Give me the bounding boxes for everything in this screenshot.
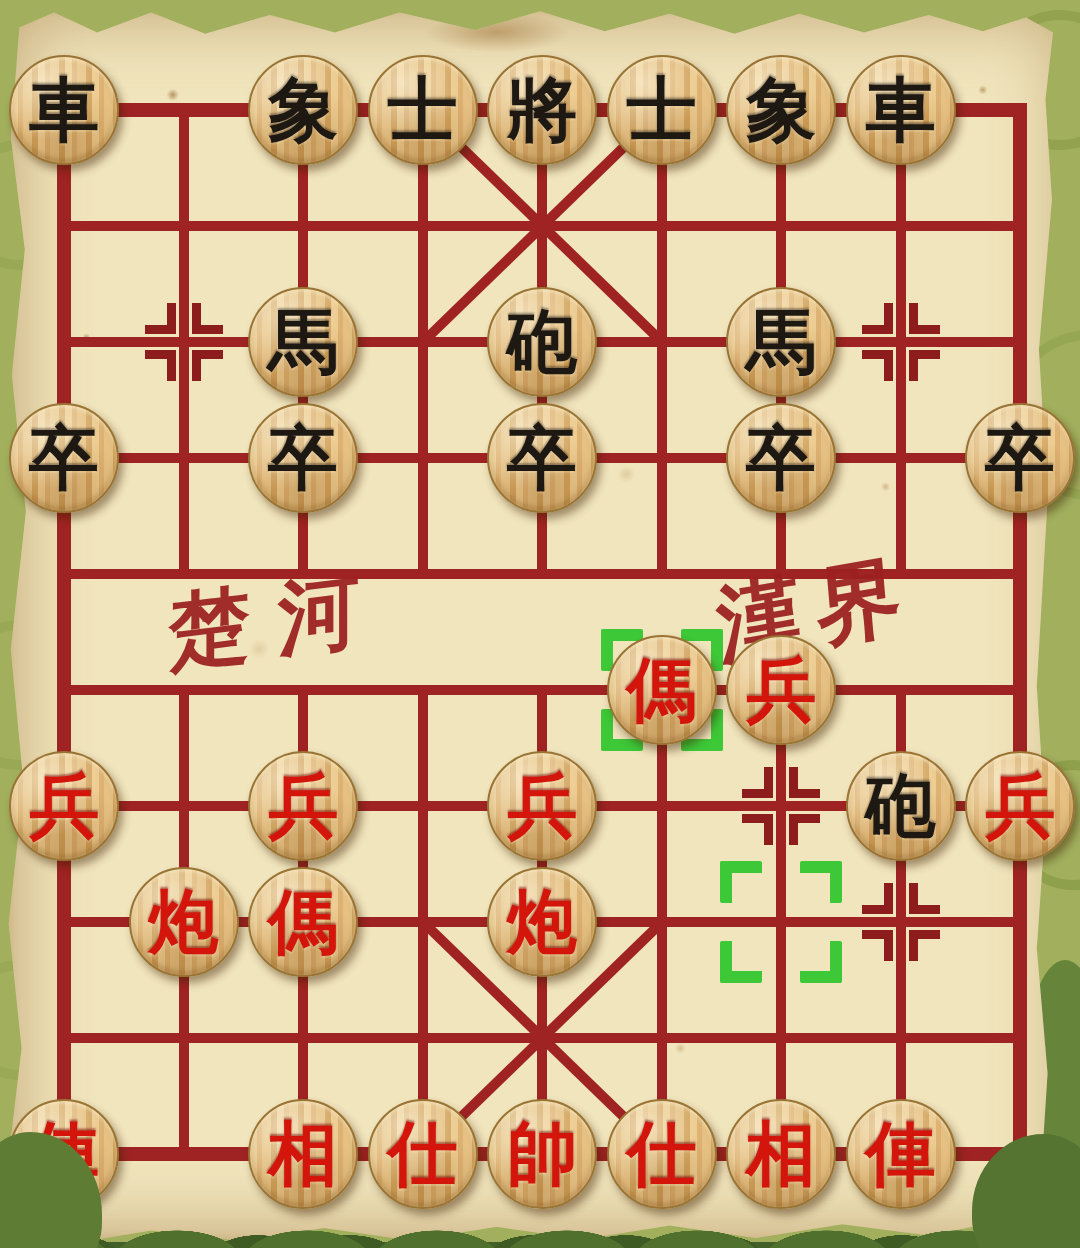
piece-red-cannon[interactable]: 炮 xyxy=(487,867,597,977)
piece-glyph: 兵 xyxy=(985,771,1055,841)
last-move-origin-highlight xyxy=(720,861,842,983)
piece-glyph: 兵 xyxy=(268,771,338,841)
piece-glyph: 兵 xyxy=(29,771,99,841)
piece-glyph: 炮 xyxy=(149,887,219,957)
piece-glyph: 卒 xyxy=(507,423,577,493)
piece-red-soldier[interactable]: 兵 xyxy=(726,635,836,745)
piece-glyph: 帥 xyxy=(507,1119,577,1189)
piece-black-chariot[interactable]: 車 xyxy=(846,55,956,165)
piece-black-chariot[interactable]: 車 xyxy=(9,55,119,165)
piece-red-soldier[interactable]: 兵 xyxy=(9,751,119,861)
piece-red-elephant[interactable]: 相 xyxy=(726,1099,836,1209)
piece-black-soldier[interactable]: 卒 xyxy=(726,403,836,513)
piece-black-soldier[interactable]: 卒 xyxy=(965,403,1075,513)
piece-black-horse[interactable]: 馬 xyxy=(726,287,836,397)
piece-red-advisor[interactable]: 仕 xyxy=(368,1099,478,1209)
piece-glyph: 象 xyxy=(746,75,816,145)
piece-black-cannon[interactable]: 砲 xyxy=(487,287,597,397)
piece-red-chariot[interactable]: 俥 xyxy=(846,1099,956,1209)
piece-black-soldier[interactable]: 卒 xyxy=(248,403,358,513)
piece-red-cannon[interactable]: 炮 xyxy=(129,867,239,977)
piece-red-advisor[interactable]: 仕 xyxy=(607,1099,717,1209)
piece-black-elephant[interactable]: 象 xyxy=(726,55,836,165)
xiangqi-board: 楚河 漢界 車 象 士 將 士 象 車 馬 砲 馬 卒 卒 卒 卒 卒 傌 兵 … xyxy=(0,0,1080,1248)
piece-black-elephant[interactable]: 象 xyxy=(248,55,358,165)
point-marker xyxy=(746,771,816,841)
piece-glyph: 兵 xyxy=(507,771,577,841)
piece-glyph: 俥 xyxy=(866,1119,936,1189)
piece-glyph: 仕 xyxy=(627,1119,697,1189)
piece-red-horse[interactable]: 傌 xyxy=(248,867,358,977)
piece-glyph: 傌 xyxy=(627,655,697,725)
piece-red-horse[interactable]: 傌 xyxy=(607,635,717,745)
leaf-border-decoration xyxy=(0,1218,1080,1248)
piece-red-soldier[interactable]: 兵 xyxy=(965,751,1075,861)
piece-glyph: 砲 xyxy=(866,771,936,841)
piece-glyph: 象 xyxy=(268,75,338,145)
piece-black-advisor[interactable]: 士 xyxy=(607,55,717,165)
piece-glyph: 炮 xyxy=(507,887,577,957)
piece-glyph: 砲 xyxy=(507,307,577,377)
point-marker xyxy=(866,887,936,957)
piece-red-soldier[interactable]: 兵 xyxy=(487,751,597,861)
piece-glyph: 傌 xyxy=(268,887,338,957)
piece-glyph: 士 xyxy=(388,75,458,145)
piece-glyph: 馬 xyxy=(268,307,338,377)
piece-glyph: 車 xyxy=(29,75,99,145)
piece-glyph: 士 xyxy=(627,75,697,145)
piece-red-elephant[interactable]: 相 xyxy=(248,1099,358,1209)
piece-glyph: 卒 xyxy=(746,423,816,493)
piece-red-general[interactable]: 帥 xyxy=(487,1099,597,1209)
piece-glyph: 車 xyxy=(866,75,936,145)
piece-black-general[interactable]: 將 xyxy=(487,55,597,165)
piece-black-advisor[interactable]: 士 xyxy=(368,55,478,165)
piece-black-soldier[interactable]: 卒 xyxy=(487,403,597,513)
piece-glyph: 相 xyxy=(746,1119,816,1189)
piece-red-soldier[interactable]: 兵 xyxy=(248,751,358,861)
point-marker xyxy=(866,307,936,377)
piece-glyph: 相 xyxy=(268,1119,338,1189)
piece-glyph: 兵 xyxy=(746,655,816,725)
piece-glyph: 將 xyxy=(507,75,577,145)
piece-black-cannon[interactable]: 砲 xyxy=(846,751,956,861)
piece-glyph: 馬 xyxy=(746,307,816,377)
point-marker xyxy=(149,307,219,377)
xiangqi-game-screen: 楚河 漢界 車 象 士 將 士 象 車 馬 砲 馬 卒 卒 卒 卒 卒 傌 兵 … xyxy=(0,0,1080,1248)
piece-glyph: 仕 xyxy=(388,1119,458,1189)
piece-glyph: 卒 xyxy=(268,423,338,493)
piece-glyph: 卒 xyxy=(29,423,99,493)
piece-glyph: 卒 xyxy=(985,423,1055,493)
piece-black-soldier[interactable]: 卒 xyxy=(9,403,119,513)
piece-black-horse[interactable]: 馬 xyxy=(248,287,358,397)
